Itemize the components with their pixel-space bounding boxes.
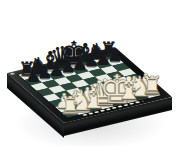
chess-set-photo: ♜♞♝♛♚♝♞♜♟♟♟♟♟♟♟♟♟♟♟♟♟♟♟♟♜♞♝♛♚♝♞♜ — [0, 0, 185, 161]
piece-black-pawn-h7[interactable]: ♟ — [106, 47, 123, 64]
pieces-layer: ♜♞♝♛♚♝♞♜♟♟♟♟♟♟♟♟♟♟♟♟♟♟♟♟♜♞♝♛♚♝♞♜ — [0, 0, 185, 161]
piece-white-rook-h1[interactable]: ♜ — [139, 73, 164, 98]
